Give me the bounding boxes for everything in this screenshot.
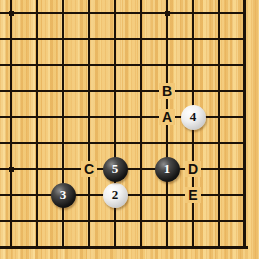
- marker-letter-b: B: [159, 83, 175, 99]
- marker-letter-a: A: [159, 109, 175, 125]
- stone-black-5: 5: [103, 157, 128, 182]
- grid-hline: [0, 220, 246, 222]
- grid-hline: [0, 90, 246, 92]
- stone-white-2: 2: [103, 183, 128, 208]
- go-board-grid: ABCDE12345: [0, 0, 259, 259]
- marker-letter-c: C: [81, 161, 97, 177]
- stone-black-3: 3: [51, 183, 76, 208]
- stone-black-1: 1: [155, 157, 180, 182]
- marker-letter-d: D: [185, 161, 201, 177]
- stone-white-4: 4: [181, 105, 206, 130]
- grid-hline: [0, 64, 246, 66]
- star-point: [9, 11, 14, 16]
- grid-hline: [0, 142, 246, 144]
- star-point: [9, 167, 14, 172]
- grid-hline: [0, 38, 246, 40]
- marker-letter-e: E: [185, 187, 201, 203]
- grid-hline: [0, 116, 246, 118]
- star-point: [165, 11, 170, 16]
- grid-hline: [0, 12, 246, 14]
- board-edge-bottom: [0, 246, 248, 249]
- go-board-diagram: ABCDE12345: [0, 0, 259, 259]
